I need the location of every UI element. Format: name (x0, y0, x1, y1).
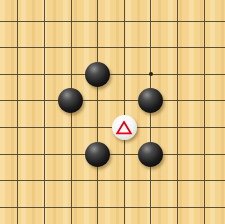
black-stone[interactable] (85, 142, 110, 167)
black-stone[interactable] (58, 88, 83, 113)
stones-layer (4, 8, 217, 221)
black-stone[interactable] (138, 142, 163, 167)
black-stone[interactable] (85, 62, 110, 87)
go-board[interactable] (0, 0, 225, 224)
triangle-marker-icon (116, 120, 133, 135)
white-stone-marked[interactable] (112, 115, 137, 140)
black-stone[interactable] (138, 88, 163, 113)
